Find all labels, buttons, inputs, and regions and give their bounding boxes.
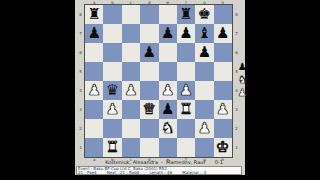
square-a5[interactable] [85, 62, 103, 81]
square-g1[interactable] [195, 138, 213, 157]
square-h5[interactable] [214, 62, 232, 81]
square-g4[interactable] [195, 81, 213, 100]
square-g3[interactable] [195, 100, 213, 119]
coordinate-label: 1 [233, 138, 240, 157]
square-d3[interactable]: ♛ [140, 100, 158, 119]
coordinate-label: 8 [233, 5, 240, 24]
rank-labels-left: 87654321 [77, 5, 84, 157]
square-b7[interactable] [103, 24, 121, 43]
black-rook: ♜ [87, 5, 100, 24]
white-pawn: ♟ [198, 119, 211, 138]
square-g8[interactable]: ♚ [195, 5, 213, 24]
square-e2[interactable]: ♞ [159, 119, 177, 138]
square-c5[interactable] [122, 62, 140, 81]
square-h8[interactable] [214, 5, 232, 24]
coordinate-label: 3 [77, 100, 84, 119]
coordinate-label: 6 [77, 43, 84, 62]
players-line: Kosteniuk, Alexandra - Mamedov, Rauf 0-1 [75, 160, 245, 165]
square-g5[interactable] [195, 62, 213, 81]
coordinate-label: 4 [77, 81, 84, 100]
square-e4[interactable]: ♟ [159, 81, 177, 100]
square-d8[interactable] [140, 5, 158, 24]
square-e3[interactable]: ♟ [159, 100, 177, 119]
square-f1[interactable] [177, 138, 195, 157]
tray-white-knight: ♞ [238, 73, 247, 86]
square-a6[interactable] [85, 43, 103, 62]
black-pawn: ♟ [161, 100, 174, 119]
square-d4[interactable] [140, 81, 158, 100]
coordinate-label: 1 [77, 138, 84, 157]
white-pawn: ♟ [179, 81, 192, 100]
white-pawn: ♟ [106, 100, 119, 119]
square-d2[interactable] [140, 119, 158, 138]
black-pawn: ♟ [87, 24, 100, 43]
square-e8[interactable] [159, 5, 177, 24]
black-pawn: ♟ [161, 24, 174, 43]
white-pawn: ♟ [161, 81, 174, 100]
square-b3[interactable]: ♟ [103, 100, 121, 119]
black-pawn: ♟ [216, 24, 229, 43]
square-c3[interactable] [122, 100, 140, 119]
square-a3[interactable] [85, 100, 103, 119]
white-king: ♚ [216, 138, 229, 157]
white-knight: ♞ [161, 119, 174, 138]
square-e5[interactable] [159, 62, 177, 81]
square-b2[interactable] [103, 119, 121, 138]
coordinate-label: 8 [77, 5, 84, 24]
coordinate-label: 2 [77, 119, 84, 138]
black-pawn: ♟ [179, 24, 192, 43]
black-rook: ♜ [179, 5, 192, 24]
white-rook: ♜ [179, 100, 192, 119]
square-b4[interactable]: ♛ [103, 81, 121, 100]
white-rook: ♜ [106, 138, 119, 157]
left-letterbox-bar [0, 0, 75, 180]
square-b5[interactable] [103, 62, 121, 81]
square-f7[interactable]: ♟ [177, 24, 195, 43]
coordinate-label: 7 [233, 24, 240, 43]
white-pawn: ♟ [124, 81, 137, 100]
square-f6[interactable] [177, 43, 195, 62]
square-g7[interactable]: ♝ [195, 24, 213, 43]
caption-box: Event : Baku BP Cup Ltd C, Baku (2001) R… [76, 166, 242, 176]
square-h6[interactable] [214, 43, 232, 62]
square-a8[interactable]: ♜ [85, 5, 103, 24]
white-queen: ♛ [143, 100, 156, 119]
square-c7[interactable] [122, 24, 140, 43]
square-f3[interactable]: ♜ [177, 100, 195, 119]
black-queen: ♛ [106, 81, 119, 100]
square-h4[interactable] [214, 81, 232, 100]
coordinate-label: 2 [233, 119, 240, 138]
video-frame: abcdefgh 87654321 87654321 ♜♜♚♟♟♟♝♟♟♟♟♛♟… [0, 0, 320, 180]
square-h1[interactable]: ♚ [214, 138, 232, 157]
square-c4[interactable]: ♟ [122, 81, 140, 100]
square-e1[interactable] [159, 138, 177, 157]
square-f5[interactable] [177, 62, 195, 81]
square-f2[interactable] [177, 119, 195, 138]
square-e7[interactable]: ♟ [159, 24, 177, 43]
black-bishop: ♝ [198, 24, 211, 43]
square-c1[interactable] [122, 138, 140, 157]
square-h2[interactable] [214, 119, 232, 138]
black-pawn: ♟ [143, 43, 156, 62]
right-letterbox-bar [245, 0, 320, 180]
coordinate-label: 3 [233, 100, 240, 119]
coordinate-label: 7 [77, 24, 84, 43]
square-a1[interactable] [85, 138, 103, 157]
square-a4[interactable]: ♟ [85, 81, 103, 100]
square-c8[interactable] [122, 5, 140, 24]
square-d7[interactable] [140, 24, 158, 43]
square-f4[interactable]: ♟ [177, 81, 195, 100]
square-h7[interactable]: ♟ [214, 24, 232, 43]
square-b1[interactable]: ♜ [103, 138, 121, 157]
captured-pieces-tray: ♟♞♟ [238, 60, 247, 99]
square-d5[interactable] [140, 62, 158, 81]
square-a7[interactable]: ♟ [85, 24, 103, 43]
square-b8[interactable] [103, 5, 121, 24]
square-d1[interactable] [140, 138, 158, 157]
square-c6[interactable] [122, 43, 140, 62]
square-d6[interactable]: ♟ [140, 43, 158, 62]
black-king: ♚ [198, 5, 211, 24]
coordinate-label: 5 [77, 62, 84, 81]
square-b6[interactable] [103, 43, 121, 62]
square-g2[interactable]: ♟ [195, 119, 213, 138]
white-pawn: ♟ [216, 100, 229, 119]
bottom-letterbox-bar [0, 175, 320, 180]
tray-black-pawn: ♟ [238, 60, 247, 73]
square-h3[interactable]: ♟ [214, 100, 232, 119]
black-pawn: ♟ [198, 43, 211, 62]
square-f8[interactable]: ♜ [177, 5, 195, 24]
white-pawn: ♟ [87, 81, 100, 100]
chess-board: ♜♜♚♟♟♟♝♟♟♟♟♛♟♟♟♟♛♟♜♟♞♟♜♚ [85, 5, 232, 157]
square-a2[interactable] [85, 119, 103, 138]
square-c2[interactable] [122, 119, 140, 138]
board-panel: abcdefgh 87654321 87654321 ♜♜♚♟♟♟♝♟♟♟♟♛♟… [75, 0, 245, 175]
square-g6[interactable]: ♟ [195, 43, 213, 62]
tray-white-pawn: ♟ [238, 86, 247, 99]
square-e6[interactable] [159, 43, 177, 62]
